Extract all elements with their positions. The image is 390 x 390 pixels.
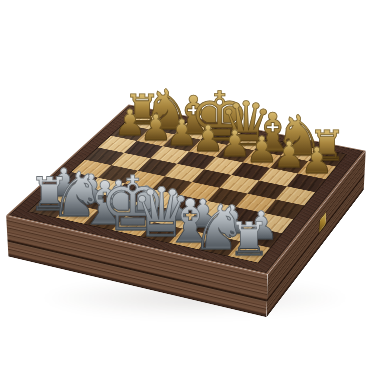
square-e2 — [126, 202, 167, 222]
square-f2 — [98, 196, 139, 216]
square-a3 — [253, 213, 294, 233]
square-b5 — [247, 181, 286, 200]
square-f1 — [84, 210, 126, 230]
square-c1 — [169, 228, 211, 249]
square-g2 — [70, 191, 111, 210]
square-h1 — [29, 198, 71, 218]
square-e3 — [139, 189, 180, 208]
square-b2 — [211, 221, 252, 242]
square-a2 — [240, 227, 281, 248]
square-g1 — [56, 204, 98, 224]
square-a1 — [228, 241, 270, 262]
square-f3 — [112, 183, 153, 202]
square-h2 — [43, 185, 84, 204]
chess-case — [6, 105, 366, 275]
square-c3 — [195, 201, 236, 221]
square-c2 — [182, 215, 223, 235]
square-b1 — [198, 235, 240, 256]
square-b3 — [224, 207, 265, 227]
product-photo-stage: ♜♞♝♚♛♝♞♜♟♟♟♟♟♟♟♟♟♟♟♟♟♟♟♟♜♞♝♚♛♝♞♜ — [0, 0, 390, 390]
square-c4 — [208, 188, 248, 207]
square-a4 — [264, 199, 304, 219]
brass-clasp — [319, 211, 326, 233]
square-e1 — [112, 216, 154, 236]
square-d2 — [154, 208, 195, 228]
square-d3 — [167, 195, 208, 214]
square-a5 — [276, 186, 315, 205]
square-d4 — [180, 182, 220, 201]
square-d1 — [140, 222, 182, 243]
square-b4 — [236, 194, 276, 213]
chess-case-scene — [56, 46, 328, 318]
